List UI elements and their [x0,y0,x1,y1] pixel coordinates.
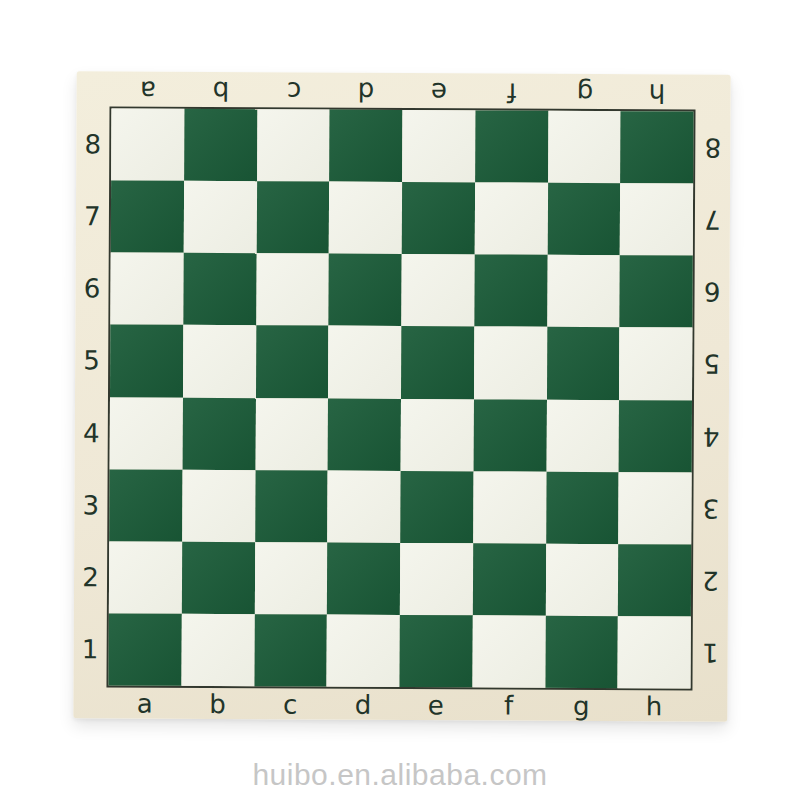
square-e7[interactable] [402,182,475,255]
board-grid [106,106,695,690]
square-f6[interactable] [474,255,547,328]
square-f7[interactable] [474,183,547,256]
square-d2[interactable] [327,542,400,615]
square-h7[interactable] [620,183,693,256]
rank-labels-left: 87654321 [73,108,109,685]
file-label-bottom-b: b [181,688,254,719]
rank-label-left-2: 2 [74,541,107,613]
rank-label-left-6: 6 [75,253,108,325]
rank-labels-right: 87654321 [692,112,730,689]
square-b5[interactable] [183,325,256,398]
square-b7[interactable] [183,181,256,254]
square-d7[interactable] [329,182,402,255]
square-c2[interactable] [254,542,327,615]
file-label-bottom-f: f [472,689,545,720]
square-h8[interactable] [620,111,693,184]
square-a2[interactable] [109,541,182,614]
file-label-top-d: d [330,75,403,110]
square-b8[interactable] [184,109,257,182]
square-h6[interactable] [620,255,693,328]
square-f8[interactable] [475,110,548,183]
rank-label-right-2: 2 [693,544,728,616]
square-d3[interactable] [327,470,400,543]
rank-label-left-5: 5 [75,325,108,397]
square-b1[interactable] [181,614,254,687]
square-c4[interactable] [255,398,328,471]
square-f5[interactable] [474,327,547,400]
square-h1[interactable] [618,616,691,689]
square-a1[interactable] [108,613,181,686]
file-label-top-e: e [403,75,476,110]
square-b4[interactable] [182,397,255,470]
square-f2[interactable] [473,543,546,616]
square-a8[interactable] [111,108,184,181]
file-label-top-b: b [184,74,257,109]
square-a6[interactable] [110,253,183,326]
square-g8[interactable] [548,111,621,184]
square-e3[interactable] [400,471,473,544]
square-c1[interactable] [254,614,327,687]
square-g5[interactable] [546,327,619,400]
square-c8[interactable] [257,109,330,182]
photo-canvas: abcdefgh 87654321 87654321 abcdefgh huib… [0,0,800,800]
rank-label-right-3: 3 [693,472,728,544]
rank-label-right-8: 8 [695,112,730,184]
rank-label-right-7: 7 [695,184,730,256]
square-g1[interactable] [545,616,618,689]
file-label-top-g: g [548,76,621,111]
square-d1[interactable] [327,614,400,687]
square-d6[interactable] [329,254,402,327]
square-e8[interactable] [402,110,475,183]
square-h2[interactable] [618,544,691,617]
square-d4[interactable] [328,398,401,471]
square-a3[interactable] [109,469,182,542]
square-h4[interactable] [619,400,692,473]
file-label-top-h: h [621,76,694,111]
file-label-bottom-d: d [327,689,400,720]
square-b2[interactable] [182,542,255,615]
square-b6[interactable] [183,253,256,326]
square-h5[interactable] [619,328,692,401]
square-d8[interactable] [329,110,402,183]
rank-label-left-1: 1 [73,613,106,685]
rank-label-right-6: 6 [694,256,729,328]
chess-mat: abcdefgh 87654321 87654321 abcdefgh [73,71,730,721]
square-g7[interactable] [547,183,620,256]
rank-label-left-7: 7 [76,180,109,252]
square-e2[interactable] [400,543,473,616]
square-a7[interactable] [111,181,184,254]
square-e6[interactable] [401,254,474,327]
file-label-top-c: c [257,74,330,109]
square-h3[interactable] [618,472,691,545]
file-label-bottom-g: g [545,690,618,721]
watermark: huibo.en.alibaba.com [0,758,800,792]
square-f3[interactable] [473,471,546,544]
square-f1[interactable] [472,615,545,688]
square-g4[interactable] [546,399,619,472]
square-e4[interactable] [401,398,474,471]
file-label-top-a: a [112,73,185,108]
file-label-top-f: f [475,75,548,110]
square-e5[interactable] [401,326,474,399]
square-g3[interactable] [546,471,619,544]
file-label-bottom-a: a [108,687,181,718]
file-label-bottom-e: e [399,689,472,720]
rank-label-left-8: 8 [76,108,109,180]
rank-label-right-1: 1 [692,616,727,688]
file-label-bottom-h: h [618,690,691,721]
rank-label-right-4: 4 [694,400,729,472]
square-a5[interactable] [110,325,183,398]
square-b3[interactable] [182,469,255,542]
square-c7[interactable] [256,181,329,254]
square-c5[interactable] [255,326,328,399]
rank-label-left-3: 3 [74,469,107,541]
square-a4[interactable] [110,397,183,470]
file-labels-bottom: abcdefgh [108,687,690,721]
square-c3[interactable] [255,470,328,543]
file-label-bottom-c: c [254,688,327,719]
rank-label-left-4: 4 [75,397,108,469]
square-g6[interactable] [547,255,620,328]
rank-label-right-5: 5 [694,328,729,400]
square-g2[interactable] [545,544,618,617]
square-e1[interactable] [399,615,472,688]
square-d5[interactable] [328,326,401,399]
file-labels-top: abcdefgh [112,73,694,111]
square-c6[interactable] [256,253,329,326]
square-f4[interactable] [473,399,546,472]
